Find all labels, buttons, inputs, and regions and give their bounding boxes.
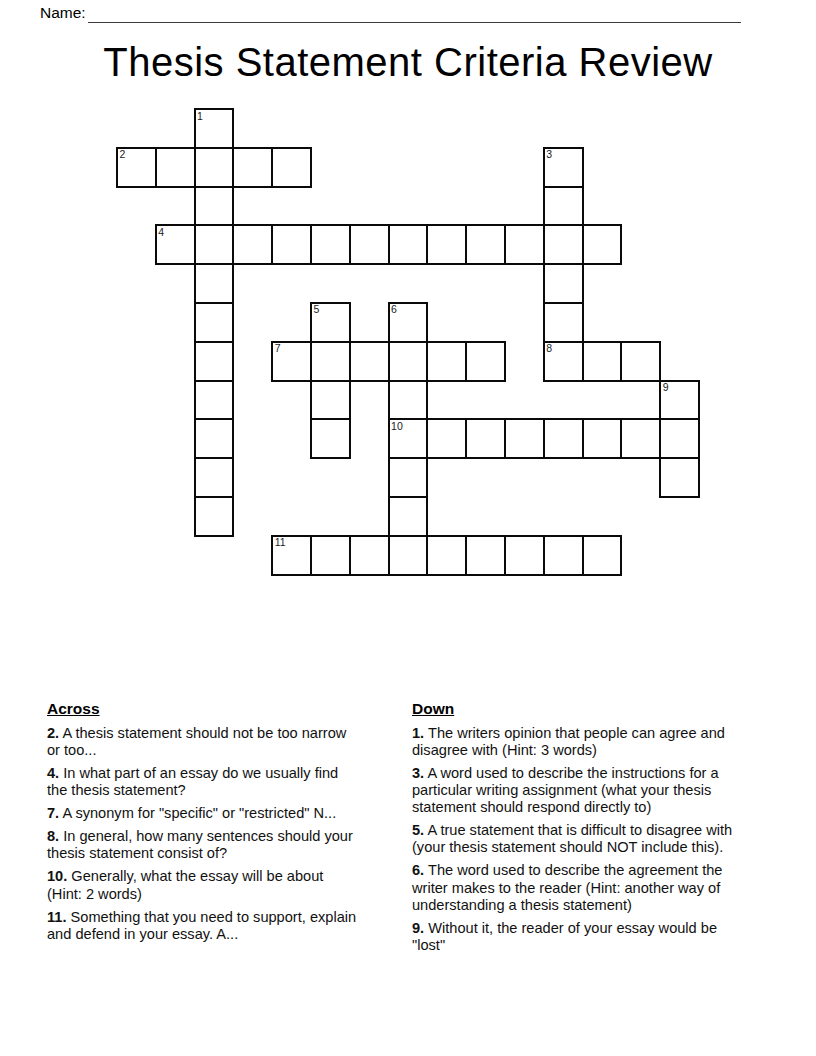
grid-cell-r9c7[interactable] — [389, 458, 428, 497]
grid-cell-r4c2[interactable] — [195, 264, 234, 303]
cell-number-3: 3 — [546, 148, 552, 160]
grid-cell-r3c9[interactable] — [466, 225, 505, 264]
grid-cell-r8c14[interactable] — [660, 419, 699, 458]
name-label: Name: — [40, 4, 86, 21]
grid-cell-r3c3[interactable] — [233, 225, 272, 264]
grid-cell-r1c0[interactable]: 2 — [117, 148, 156, 187]
grid-cell-r1c11[interactable]: 3 — [544, 148, 583, 187]
grid-cell-r11c5[interactable] — [311, 536, 350, 575]
grid-cell-r6c12[interactable] — [583, 342, 622, 381]
grid-cell-r7c2[interactable] — [195, 381, 234, 420]
cell-number-5: 5 — [313, 303, 319, 315]
grid-cell-r11c4[interactable]: 11 — [272, 536, 311, 575]
grid-cell-r8c11[interactable] — [544, 419, 583, 458]
down-clue-9: 9. Without it, the reader of your essay … — [412, 920, 753, 954]
grid-cell-r11c10[interactable] — [505, 536, 544, 575]
grid-cell-r3c11[interactable] — [544, 225, 583, 264]
down-clue-1: 1. The writers opinion that people can a… — [412, 725, 753, 759]
grid-cell-r10c7[interactable] — [389, 497, 428, 536]
cell-number-4: 4 — [158, 226, 164, 238]
grid-cell-r9c2[interactable] — [195, 458, 234, 497]
across-clue-8: 8. In general, how many sentences should… — [47, 828, 359, 862]
down-clue-3: 3. A word used to describe the instructi… — [412, 765, 753, 816]
grid-cell-r7c14[interactable]: 9 — [660, 381, 699, 420]
across-clue-7: 7. A synonym for "specific" or "restrict… — [47, 805, 359, 822]
grid-cell-r3c2[interactable] — [195, 225, 234, 264]
grid-cell-r11c12[interactable] — [583, 536, 622, 575]
cell-number-8: 8 — [546, 342, 552, 354]
grid-cell-r10c2[interactable] — [195, 497, 234, 536]
grid-cell-r6c9[interactable] — [466, 342, 505, 381]
across-clues-section: Across 2. A thesis statement should not … — [47, 700, 359, 949]
grid-cell-r6c4[interactable]: 7 — [272, 342, 311, 381]
grid-cell-r9c14[interactable] — [660, 458, 699, 497]
clue-number: 1. — [412, 725, 424, 741]
clue-number: 3. — [412, 765, 424, 781]
grid-cell-r5c2[interactable] — [195, 303, 234, 342]
worksheet-page: Name: Thesis Statement Criteria Review 1… — [0, 0, 816, 1056]
grid-cell-r7c5[interactable] — [311, 381, 350, 420]
grid-cell-r1c3[interactable] — [233, 148, 272, 187]
grid-cell-r3c6[interactable] — [350, 225, 389, 264]
grid-cell-r6c6[interactable] — [350, 342, 389, 381]
cell-number-7: 7 — [275, 342, 281, 354]
clue-number: 7. — [47, 805, 59, 821]
cell-number-11: 11 — [275, 536, 286, 548]
grid-cell-r8c7[interactable]: 10 — [389, 419, 428, 458]
grid-cell-r11c9[interactable] — [466, 536, 505, 575]
grid-cell-r11c11[interactable] — [544, 536, 583, 575]
grid-cell-r6c7[interactable] — [389, 342, 428, 381]
grid-cell-r8c8[interactable] — [427, 419, 466, 458]
down-clues-section: Down 1. The writers opinion that people … — [412, 700, 753, 960]
clue-number: 8. — [47, 828, 59, 844]
clue-number: 5. — [412, 822, 424, 838]
grid-cell-r8c10[interactable] — [505, 419, 544, 458]
grid-cell-r8c13[interactable] — [621, 419, 660, 458]
grid-cell-r11c6[interactable] — [350, 536, 389, 575]
grid-cell-r5c7[interactable]: 6 — [389, 303, 428, 342]
clue-number: 4. — [47, 765, 59, 781]
grid-cell-r3c7[interactable] — [389, 225, 428, 264]
grid-cell-r3c4[interactable] — [272, 225, 311, 264]
grid-cell-r6c13[interactable] — [621, 342, 660, 381]
cell-number-9: 9 — [663, 381, 669, 393]
crossword-grid: 1234567891011 — [117, 109, 699, 575]
clue-number: 10. — [47, 868, 67, 884]
grid-cell-r6c8[interactable] — [427, 342, 466, 381]
across-clue-2: 2. A thesis statement should not be too … — [47, 725, 359, 759]
grid-cell-r5c5[interactable]: 5 — [311, 303, 350, 342]
grid-cell-r11c7[interactable] — [389, 536, 428, 575]
cell-number-2: 2 — [120, 148, 126, 160]
across-header: Across — [47, 700, 359, 718]
page-title: Thesis Statement Criteria Review — [0, 40, 816, 85]
grid-cell-r3c1[interactable]: 4 — [156, 225, 195, 264]
down-clue-5: 5. A true statement that is difficult to… — [412, 822, 753, 856]
grid-cell-r1c4[interactable] — [272, 148, 311, 187]
grid-cell-r5c11[interactable] — [544, 303, 583, 342]
cell-number-10: 10 — [391, 420, 403, 432]
grid-cell-r4c11[interactable] — [544, 264, 583, 303]
cell-number-6: 6 — [391, 303, 397, 315]
name-blank-line[interactable] — [88, 5, 741, 23]
grid-cell-r8c5[interactable] — [311, 419, 350, 458]
clue-number: 2. — [47, 725, 59, 741]
grid-cell-r3c10[interactable] — [505, 225, 544, 264]
grid-cell-r0c2[interactable]: 1 — [195, 109, 234, 148]
grid-cell-r3c12[interactable] — [583, 225, 622, 264]
grid-cell-r8c9[interactable] — [466, 419, 505, 458]
grid-cell-r7c7[interactable] — [389, 381, 428, 420]
clue-number: 6. — [412, 862, 424, 878]
down-clue-list: 1. The writers opinion that people can a… — [412, 725, 753, 954]
across-clue-10: 10. Generally, what the essay will be ab… — [47, 868, 359, 902]
grid-cell-r6c5[interactable] — [311, 342, 350, 381]
grid-cell-r3c5[interactable] — [311, 225, 350, 264]
cell-number-1: 1 — [197, 110, 203, 122]
across-clue-11: 11. Something that you need to support, … — [47, 909, 359, 943]
grid-cell-r2c2[interactable] — [195, 187, 234, 226]
grid-cell-r6c11[interactable]: 8 — [544, 342, 583, 381]
down-clue-6: 6. The word used to describe the agreeme… — [412, 862, 753, 913]
grid-cell-r6c2[interactable] — [195, 342, 234, 381]
grid-cell-r8c12[interactable] — [583, 419, 622, 458]
across-clue-list: 2. A thesis statement should not be too … — [47, 725, 359, 943]
down-header: Down — [412, 700, 753, 718]
across-clue-4: 4. In what part of an essay do we usuall… — [47, 765, 359, 799]
grid-cell-r1c1[interactable] — [156, 148, 195, 187]
grid-cell-r1c2[interactable] — [195, 148, 234, 187]
grid-cell-r3c8[interactable] — [427, 225, 466, 264]
grid-cell-r2c11[interactable] — [544, 187, 583, 226]
name-row: Name: — [40, 4, 86, 26]
grid-cell-r8c2[interactable] — [195, 419, 234, 458]
clue-number: 9. — [412, 920, 424, 936]
grid-cell-r11c8[interactable] — [427, 536, 466, 575]
clue-number: 11. — [47, 909, 66, 925]
